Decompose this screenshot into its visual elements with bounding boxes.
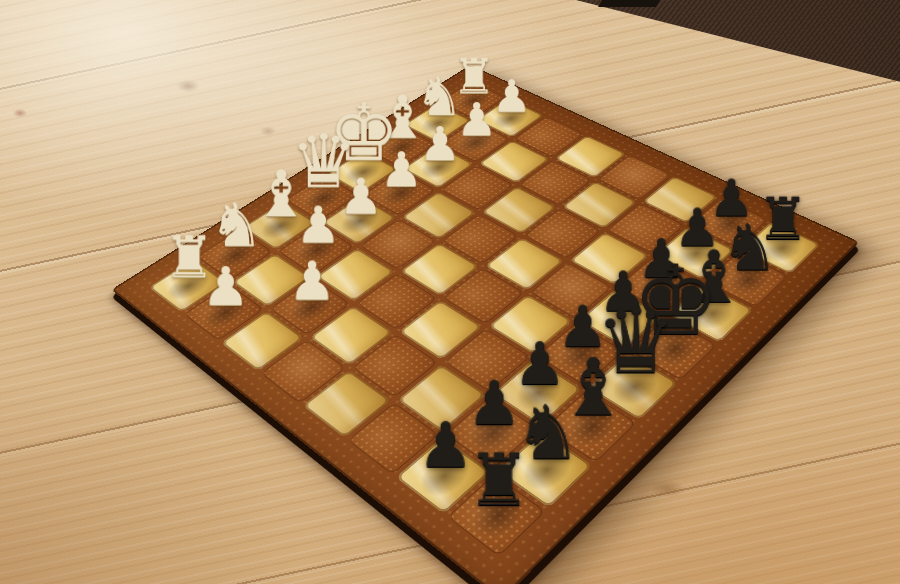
piece-white-pawn: ♟ [285,254,338,307]
piece-white-pawn: ♟ [199,260,252,313]
board-grid: ♜♞♝♛♚♝♞♜♟♟♟♟♟♟♟♟♟♟♟♟♟♟♟♟♜♞♝♛♚♝♞♜ [111,65,859,584]
piece-black-rook: ♜ [463,444,535,516]
chess-board: ♜♞♝♛♚♝♞♜♟♟♟♟♟♟♟♟♟♟♟♟♟♟♟♟♜♞♝♛♚♝♞♜ [111,65,859,584]
piece-white-pawn: ♟ [336,172,385,221]
square-a3 [221,311,304,371]
piece-white-pawn: ♟ [293,200,343,250]
scene: ♜♞♝♛♚♝♞♜♟♟♟♟♟♟♟♟♟♟♟♟♟♟♟♟♜♞♝♛♚♝♞♜ [0,0,900,584]
